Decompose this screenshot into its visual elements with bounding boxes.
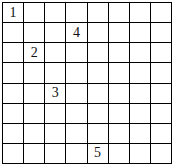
puzzle-stage: 14235 [0,0,175,167]
grid-cell-r3c0[interactable] [3,63,23,82]
grid-cell-r5c3[interactable] [66,104,86,123]
grid-cell-r6c0[interactable] [3,124,23,143]
grid-cell-r3c2[interactable] [45,63,65,82]
grid-cell-r2c2[interactable] [45,43,65,62]
grid-cell-r7c2[interactable] [45,144,65,163]
grid-cell-r2c7[interactable] [151,43,171,62]
grid-cell-r4c6[interactable] [130,84,150,103]
grid-cell-r1c0[interactable] [3,23,23,42]
grid-cell-r2c4[interactable] [88,43,108,62]
grid-cell-r3c5[interactable] [109,63,129,82]
grid-cell-r5c7[interactable] [151,104,171,123]
grid-cell-r0c1[interactable] [24,3,44,22]
clue-cell-r4c2[interactable]: 3 [45,84,65,103]
grid-cell-r3c3[interactable] [66,63,86,82]
grid-cell-r6c3[interactable] [66,124,86,143]
clue-cell-r0c0[interactable]: 1 [3,3,23,22]
grid-cell-r0c7[interactable] [151,3,171,22]
clue-cell-r7c4[interactable]: 5 [88,144,108,163]
grid-cell-r6c6[interactable] [130,124,150,143]
grid-cell-r6c7[interactable] [151,124,171,143]
grid-cell-r0c5[interactable] [109,3,129,22]
grid-cell-r4c5[interactable] [109,84,129,103]
clue-cell-r1c3[interactable]: 4 [66,23,86,42]
grid-cell-r4c7[interactable] [151,84,171,103]
grid-cell-r2c5[interactable] [109,43,129,62]
grid-cell-r0c6[interactable] [130,3,150,22]
grid-cell-r5c6[interactable] [130,104,150,123]
clue-cell-r2c1[interactable]: 2 [24,43,44,62]
grid-cell-r4c1[interactable] [24,84,44,103]
grid-cell-r0c2[interactable] [45,3,65,22]
grid-cell-r2c6[interactable] [130,43,150,62]
grid-cell-r1c5[interactable] [109,23,129,42]
grid-cell-r3c4[interactable] [88,63,108,82]
grid-cell-r7c5[interactable] [109,144,129,163]
grid-cell-r7c1[interactable] [24,144,44,163]
grid-cell-r4c3[interactable] [66,84,86,103]
grid-cell-r2c0[interactable] [3,43,23,62]
grid-cell-r7c6[interactable] [130,144,150,163]
grid-cell-r1c2[interactable] [45,23,65,42]
grid-cell-r1c1[interactable] [24,23,44,42]
grid-cell-r4c0[interactable] [3,84,23,103]
grid-cell-r5c4[interactable] [88,104,108,123]
grid-cell-r7c3[interactable] [66,144,86,163]
grid-cell-r1c4[interactable] [88,23,108,42]
grid-cell-r5c5[interactable] [109,104,129,123]
grid-cell-r5c2[interactable] [45,104,65,123]
grid-cell-r1c6[interactable] [130,23,150,42]
grid-cell-r3c6[interactable] [130,63,150,82]
grid-cell-r7c7[interactable] [151,144,171,163]
grid-cell-r6c4[interactable] [88,124,108,143]
puzzle-board: 14235 [2,2,172,164]
grid-cell-r7c0[interactable] [3,144,23,163]
grid-cell-r3c1[interactable] [24,63,44,82]
grid-cell-r3c7[interactable] [151,63,171,82]
grid-cell-r5c1[interactable] [24,104,44,123]
grid-cell-r4c4[interactable] [88,84,108,103]
grid-cell-r2c3[interactable] [66,43,86,62]
grid-cell-r1c7[interactable] [151,23,171,42]
grid-cell-r6c2[interactable] [45,124,65,143]
grid-cell-r6c1[interactable] [24,124,44,143]
grid-cell-r0c3[interactable] [66,3,86,22]
grid-cell-r6c5[interactable] [109,124,129,143]
grid-cell-r5c0[interactable] [3,104,23,123]
grid-cell-r0c4[interactable] [88,3,108,22]
